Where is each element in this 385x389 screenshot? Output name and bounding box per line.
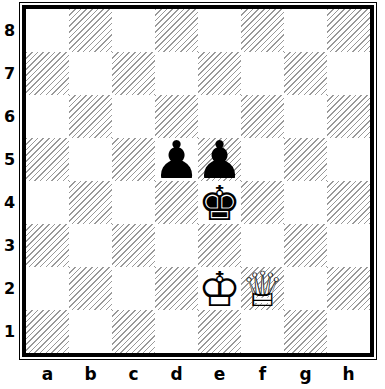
piece-glyph: ♕ xyxy=(241,267,284,310)
square-b7[interactable] xyxy=(69,52,112,95)
square-e4[interactable]: ♚ xyxy=(198,181,241,224)
square-h7[interactable] xyxy=(327,52,370,95)
piece-white-king[interactable]: ♚♔ xyxy=(198,267,241,310)
square-b8[interactable] xyxy=(69,9,112,52)
square-c2[interactable] xyxy=(112,267,155,310)
piece-white-queen[interactable]: ♛♕ xyxy=(241,267,284,310)
rank-label-8: 8 xyxy=(0,9,19,52)
square-h4[interactable] xyxy=(327,181,370,224)
rank-label-4: 4 xyxy=(0,181,19,224)
square-e8[interactable] xyxy=(198,9,241,52)
square-c1[interactable] xyxy=(112,310,155,353)
square-g7[interactable] xyxy=(284,52,327,95)
square-a5[interactable] xyxy=(26,138,69,181)
square-g2[interactable] xyxy=(284,267,327,310)
file-label-f: f xyxy=(241,360,284,388)
square-h6[interactable] xyxy=(327,95,370,138)
square-h1[interactable] xyxy=(327,310,370,353)
rank-label-1: 1 xyxy=(0,310,19,353)
square-b2[interactable] xyxy=(69,267,112,310)
file-label-g: g xyxy=(284,360,327,388)
square-c5[interactable] xyxy=(112,138,155,181)
square-b3[interactable] xyxy=(69,224,112,267)
rank-label-7: 7 xyxy=(0,52,19,95)
square-c3[interactable] xyxy=(112,224,155,267)
piece-glyph: ♚ xyxy=(198,181,241,224)
square-g1[interactable] xyxy=(284,310,327,353)
square-d4[interactable] xyxy=(155,181,198,224)
square-g3[interactable] xyxy=(284,224,327,267)
square-b1[interactable] xyxy=(69,310,112,353)
file-label-b: b xyxy=(69,360,112,388)
square-c4[interactable] xyxy=(112,181,155,224)
square-f6[interactable] xyxy=(241,95,284,138)
square-g8[interactable] xyxy=(284,9,327,52)
rank-labels: 87654321 xyxy=(0,2,19,353)
square-a1[interactable] xyxy=(26,310,69,353)
board-grid: ♟♟♚♚♔♛♕ xyxy=(26,9,370,353)
square-b5[interactable] xyxy=(69,138,112,181)
square-h5[interactable] xyxy=(327,138,370,181)
board-frame-inner: ♟♟♚♚♔♛♕ xyxy=(22,5,374,357)
file-labels: abcdefgh xyxy=(26,360,385,388)
rank-label-5: 5 xyxy=(0,138,19,181)
file-label-d: d xyxy=(155,360,198,388)
board-and-rank-labels: 87654321 ♟♟♚♚♔♛♕ xyxy=(0,2,385,360)
square-a7[interactable] xyxy=(26,52,69,95)
square-d7[interactable] xyxy=(155,52,198,95)
file-label-e: e xyxy=(198,360,241,388)
file-label-h: h xyxy=(327,360,370,388)
square-d3[interactable] xyxy=(155,224,198,267)
square-c6[interactable] xyxy=(112,95,155,138)
piece-glyph: ♔ xyxy=(198,267,241,310)
square-e7[interactable] xyxy=(198,52,241,95)
square-a2[interactable] xyxy=(26,267,69,310)
square-g4[interactable] xyxy=(284,181,327,224)
square-h8[interactable] xyxy=(327,9,370,52)
square-b6[interactable] xyxy=(69,95,112,138)
chess-diagram: 87654321 ♟♟♚♚♔♛♕ abcdefgh xyxy=(0,2,385,389)
square-e1[interactable] xyxy=(198,310,241,353)
square-f4[interactable] xyxy=(241,181,284,224)
square-f8[interactable] xyxy=(241,9,284,52)
square-b4[interactable] xyxy=(69,181,112,224)
square-a6[interactable] xyxy=(26,95,69,138)
square-a4[interactable] xyxy=(26,181,69,224)
board-frame: ♟♟♚♚♔♛♕ xyxy=(19,2,377,360)
square-h3[interactable] xyxy=(327,224,370,267)
square-d5[interactable]: ♟ xyxy=(155,138,198,181)
square-f7[interactable] xyxy=(241,52,284,95)
square-f5[interactable] xyxy=(241,138,284,181)
piece-black-king[interactable]: ♚ xyxy=(198,181,241,224)
square-f1[interactable] xyxy=(241,310,284,353)
square-h2[interactable] xyxy=(327,267,370,310)
square-a3[interactable] xyxy=(26,224,69,267)
rank-label-2: 2 xyxy=(0,267,19,310)
piece-black-pawn[interactable]: ♟ xyxy=(155,138,198,181)
square-d1[interactable] xyxy=(155,310,198,353)
piece-glyph: ♟ xyxy=(155,138,198,181)
square-c7[interactable] xyxy=(112,52,155,95)
file-label-a: a xyxy=(26,360,69,388)
square-g5[interactable] xyxy=(284,138,327,181)
square-a8[interactable] xyxy=(26,9,69,52)
square-e2[interactable]: ♚♔ xyxy=(198,267,241,310)
square-d2[interactable] xyxy=(155,267,198,310)
file-label-c: c xyxy=(112,360,155,388)
rank-label-3: 3 xyxy=(0,224,19,267)
square-d8[interactable] xyxy=(155,9,198,52)
square-c8[interactable] xyxy=(112,9,155,52)
rank-label-6: 6 xyxy=(0,95,19,138)
square-g6[interactable] xyxy=(284,95,327,138)
square-f2[interactable]: ♛♕ xyxy=(241,267,284,310)
